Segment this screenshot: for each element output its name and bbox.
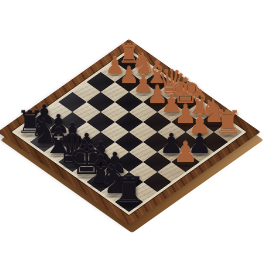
piece-white-pawn-h4[interactable]: ♟ — [173, 139, 198, 167]
chess-set-photo: ♜♞♝♛♚♝♞♜♟♟♟♟♟♟♟♟♜♞♝♛♚♝♞♜♟♟♟♟♟♟♟♟ — [0, 0, 280, 280]
piece-black-rook-h8[interactable]: ♜ — [113, 173, 146, 210]
piece-white-rook-h1[interactable]: ♜ — [214, 107, 242, 138]
pieces-layer: ♜♞♝♛♚♝♞♜♟♟♟♟♟♟♟♟♜♞♝♛♚♝♞♜♟♟♟♟♟♟♟♟ — [0, 0, 280, 280]
